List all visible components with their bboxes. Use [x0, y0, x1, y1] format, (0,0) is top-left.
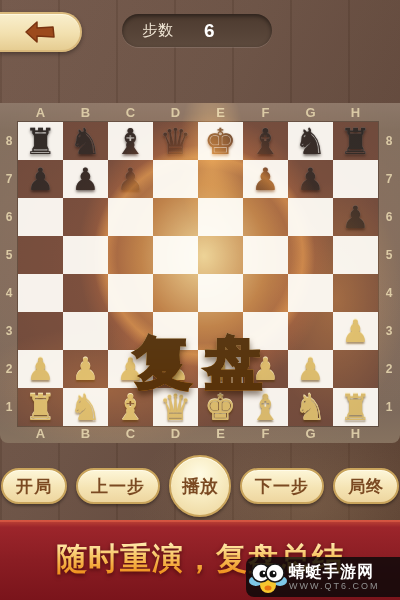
square-h7 — [333, 160, 378, 198]
black-bishop: ♝ — [243, 122, 288, 160]
play-button[interactable]: 播放 — [169, 455, 231, 517]
step-counter-label: 步数 — [142, 21, 174, 40]
black-pawn: ♟ — [63, 160, 108, 198]
square-c7: ♟ — [108, 160, 153, 198]
watermark-title: 蜻蜓手游网 — [289, 562, 380, 581]
black-pawn: ♟ — [288, 160, 333, 198]
square-c4 — [108, 274, 153, 312]
square-e8: ♚ — [198, 122, 243, 160]
square-e7 — [198, 160, 243, 198]
back-button[interactable] — [0, 12, 82, 52]
replay-title: 复盘 — [0, 325, 400, 402]
square-b7: ♟ — [63, 160, 108, 198]
square-a7: ♟ — [18, 160, 63, 198]
square-g5 — [288, 236, 333, 274]
square-g4 — [288, 274, 333, 312]
square-f7: ♟ — [243, 160, 288, 198]
square-b6 — [63, 198, 108, 236]
coordinate-label: 5 — [0, 236, 18, 274]
file-labels-top: ABCDEFGH — [0, 103, 400, 122]
next-step-button[interactable]: 下一步 — [240, 468, 324, 504]
black-rook: ♜ — [333, 122, 378, 160]
coordinate-label: 4 — [0, 274, 18, 312]
square-f8: ♝ — [243, 122, 288, 160]
black-knight: ♞ — [288, 122, 333, 160]
black-queen: ♛ — [153, 122, 198, 160]
square-b8: ♞ — [63, 122, 108, 160]
square-e5 — [198, 236, 243, 274]
previous-step-button[interactable]: 上一步 — [76, 468, 160, 504]
square-f4 — [243, 274, 288, 312]
square-a4 — [18, 274, 63, 312]
square-g6 — [288, 198, 333, 236]
square-g8: ♞ — [288, 122, 333, 160]
coordinate-label: G — [288, 103, 333, 122]
step-counter-value: 6 — [204, 20, 215, 42]
coordinate-label: F — [243, 103, 288, 122]
watermark-url: WWW.QT6.COM — [289, 581, 380, 592]
black-king: ♚ — [198, 122, 243, 160]
coordinate-label: B — [63, 426, 108, 443]
black-pawn: ♟ — [243, 160, 288, 198]
coordinate-label: D — [153, 103, 198, 122]
coordinate-label: D — [153, 426, 198, 443]
coordinate-label: 6 — [378, 198, 400, 236]
square-a6 — [18, 198, 63, 236]
coordinate-label: H — [333, 426, 378, 443]
black-pawn: ♟ — [108, 160, 153, 198]
dragonfly-mascot-icon — [249, 559, 287, 595]
square-h5 — [333, 236, 378, 274]
square-h8: ♜ — [333, 122, 378, 160]
square-a5 — [18, 236, 63, 274]
coordinate-label: E — [198, 426, 243, 443]
square-c6 — [108, 198, 153, 236]
coordinate-label: B — [63, 103, 108, 122]
square-f5 — [243, 236, 288, 274]
coordinate-label: F — [243, 426, 288, 443]
square-d4 — [153, 274, 198, 312]
square-h6: ♟ — [333, 198, 378, 236]
square-d7 — [153, 160, 198, 198]
square-h4 — [333, 274, 378, 312]
coordinate-label: 7 — [378, 160, 400, 198]
coordinate-label: H — [333, 103, 378, 122]
square-c5 — [108, 236, 153, 274]
start-button[interactable]: 开局 — [1, 468, 67, 504]
coordinate-label: C — [108, 103, 153, 122]
square-d8: ♛ — [153, 122, 198, 160]
black-knight: ♞ — [63, 122, 108, 160]
coordinate-label: A — [18, 103, 63, 122]
square-b5 — [63, 236, 108, 274]
square-d6 — [153, 198, 198, 236]
square-g7: ♟ — [288, 160, 333, 198]
back-arrow-icon — [23, 20, 57, 44]
black-bishop: ♝ — [108, 122, 153, 160]
coordinate-label: E — [198, 103, 243, 122]
square-e4 — [198, 274, 243, 312]
site-watermark: 蜻蜓手游网 WWW.QT6.COM — [246, 557, 400, 597]
coordinate-label: 4 — [378, 274, 400, 312]
chess-board: ABCDEFGH 87654321 ♜♞♝♛♚♝♞♜♟♟♟♟♟♟♟♟♟♟♟♟♟♟… — [0, 103, 400, 443]
coordinate-label: 8 — [0, 122, 18, 160]
coordinate-label: 7 — [0, 160, 18, 198]
coordinate-label: A — [18, 426, 63, 443]
coordinate-label: 6 — [0, 198, 18, 236]
square-e6 — [198, 198, 243, 236]
coordinate-label: 8 — [378, 122, 400, 160]
square-f6 — [243, 198, 288, 236]
square-c8: ♝ — [108, 122, 153, 160]
file-labels-bottom: ABCDEFGH — [0, 426, 400, 443]
black-pawn: ♟ — [18, 160, 63, 198]
step-counter: 步数 6 — [122, 14, 272, 47]
square-a8: ♜ — [18, 122, 63, 160]
end-button[interactable]: 局终 — [333, 468, 399, 504]
square-d5 — [153, 236, 198, 274]
black-pawn: ♟ — [333, 198, 378, 236]
replay-controls: 开局 上一步 播放 下一步 局终 — [0, 452, 400, 520]
black-rook: ♜ — [18, 122, 63, 160]
coordinate-label: G — [288, 426, 333, 443]
coordinate-label: C — [108, 426, 153, 443]
square-b4 — [63, 274, 108, 312]
coordinate-label: 5 — [378, 236, 400, 274]
